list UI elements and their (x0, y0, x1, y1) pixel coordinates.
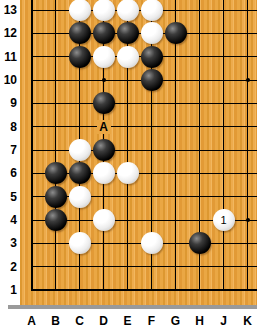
black-stone-b5[interactable] (45, 186, 67, 208)
black-stone-c6[interactable] (69, 162, 91, 184)
white-stone-f13[interactable] (141, 0, 163, 21)
white-stone-e6[interactable] (117, 162, 139, 184)
black-stone-c12[interactable] (69, 22, 91, 44)
star-point-k4 (246, 218, 250, 222)
row-label-5: 5 (0, 191, 17, 203)
white-stone-c3[interactable] (69, 232, 91, 254)
move-number: 1 (220, 215, 226, 226)
black-stone-g12[interactable] (165, 22, 187, 44)
white-stone-f12[interactable] (141, 22, 163, 44)
black-stone-b6[interactable] (45, 162, 67, 184)
black-stone-f10[interactable] (141, 69, 163, 91)
board-drop-shadow (8, 305, 257, 309)
grid-vline (55, 0, 56, 291)
go-diagram: 1 13121110987654321ABCDEFGHJK A (0, 0, 257, 332)
white-stone-d11[interactable] (93, 46, 115, 68)
col-label-d: D (94, 315, 114, 327)
black-stone-c11[interactable] (69, 46, 91, 68)
row-label-11: 11 (0, 51, 17, 63)
white-stone-d13[interactable] (93, 0, 115, 21)
white-stone-c13[interactable] (69, 0, 91, 21)
col-label-e: E (118, 315, 138, 327)
black-stone-d9[interactable] (93, 92, 115, 114)
white-stone-c7[interactable] (69, 139, 91, 161)
black-stone-f11[interactable] (141, 46, 163, 68)
row-label-10: 10 (0, 74, 17, 86)
white-stone-c5[interactable] (69, 186, 91, 208)
col-label-a: A (22, 315, 42, 327)
col-label-j: J (214, 315, 234, 327)
grid-vline (247, 0, 248, 291)
black-stone-d12[interactable] (93, 22, 115, 44)
white-stone-d6[interactable] (93, 162, 115, 184)
col-label-b: B (46, 315, 66, 327)
row-label-2: 2 (0, 261, 17, 273)
white-stone-e13[interactable] (117, 0, 139, 21)
row-label-3: 3 (0, 237, 17, 249)
white-stone-j4[interactable]: 1 (213, 209, 235, 231)
grid-vline (31, 0, 33, 291)
white-stone-f3[interactable] (141, 232, 163, 254)
col-label-k: K (238, 315, 258, 327)
white-stone-d4[interactable] (93, 209, 115, 231)
black-stone-e12[interactable] (117, 22, 139, 44)
row-label-4: 4 (0, 214, 17, 226)
row-label-1: 1 (0, 284, 17, 296)
col-label-g: G (166, 315, 186, 327)
black-stone-b4[interactable] (45, 209, 67, 231)
point-label-a: A (97, 120, 111, 134)
grid-vline (223, 0, 224, 291)
row-label-9: 9 (0, 97, 17, 109)
row-label-7: 7 (0, 144, 17, 156)
col-label-h: H (190, 315, 210, 327)
white-stone-e11[interactable] (117, 46, 139, 68)
star-point-k10 (246, 78, 250, 82)
row-label-13: 13 (0, 4, 17, 16)
row-label-8: 8 (0, 121, 17, 133)
black-stone-h3[interactable] (189, 232, 211, 254)
black-stone-d7[interactable] (93, 139, 115, 161)
col-label-f: F (142, 315, 162, 327)
row-label-12: 12 (0, 27, 17, 39)
star-point-d10 (102, 78, 106, 82)
col-label-c: C (70, 315, 90, 327)
row-label-6: 6 (0, 167, 17, 179)
